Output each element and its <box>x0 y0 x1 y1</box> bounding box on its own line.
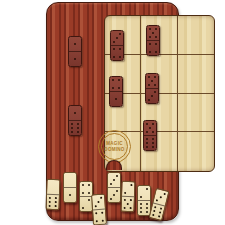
domino-half-2-pips <box>122 182 135 197</box>
board-cell-r1c3[interactable] <box>178 16 214 55</box>
pip <box>154 76 157 79</box>
domino-half-3-pips <box>92 195 105 211</box>
pip <box>119 33 122 36</box>
domino-half-5-pips <box>146 74 158 89</box>
domino-half-6-pips <box>46 195 58 209</box>
pip <box>88 199 91 202</box>
pip <box>55 197 58 200</box>
pip <box>130 184 133 187</box>
pip <box>116 190 119 193</box>
board-cell-r3c3[interactable] <box>178 94 214 133</box>
domino-half-3-pips <box>111 31 123 46</box>
board-domino-6[interactable] <box>68 105 82 136</box>
domino-half-0-pips <box>47 180 60 195</box>
magic-domino-logo: MAGIC DOMINO <box>98 130 131 163</box>
domino-half-1-pips <box>69 37 81 52</box>
domino-half-4-pips <box>111 46 123 60</box>
board-cell-r2c3[interactable] <box>178 55 214 94</box>
tray-domino-1[interactable] <box>45 179 60 210</box>
domino-half-3-pips <box>146 89 158 103</box>
board-domino-5[interactable] <box>145 73 159 104</box>
domino-half-3-pips <box>108 188 120 202</box>
board-domino-3[interactable] <box>146 25 160 56</box>
pip <box>146 207 149 210</box>
pip <box>155 36 158 39</box>
logo-line-1: MAGIC <box>104 141 124 147</box>
pip <box>119 56 122 59</box>
pip <box>159 211 162 214</box>
pip <box>152 142 155 145</box>
pip <box>54 201 57 204</box>
domino-half-6-pips <box>144 136 156 150</box>
domino-half-6-pips <box>138 201 150 215</box>
board-domino-4[interactable] <box>109 76 123 107</box>
board-cell-r4c3[interactable] <box>178 132 214 171</box>
domino-half-4-pips <box>93 210 106 225</box>
pip <box>146 211 149 214</box>
pip <box>158 215 161 218</box>
domino-half-0-pips <box>64 173 76 188</box>
tray-domino-4[interactable] <box>91 194 107 225</box>
pip <box>154 84 157 87</box>
domino-half-4-pips <box>80 182 92 197</box>
domino-half-4-pips <box>110 77 122 92</box>
pip <box>154 91 157 94</box>
pip <box>155 43 158 46</box>
logo-line-2: DOMINO <box>104 147 124 153</box>
pip <box>54 205 57 208</box>
pip <box>155 51 158 54</box>
domino-half-5-pips <box>121 197 133 211</box>
domino-half-3-pips <box>108 173 120 188</box>
pip <box>77 123 80 126</box>
tray-domino-2[interactable] <box>63 172 77 203</box>
pip <box>155 28 158 31</box>
domino-half-6-pips <box>69 121 81 135</box>
tray-domino-6[interactable] <box>120 181 135 212</box>
pip <box>152 146 155 149</box>
pip <box>159 207 162 210</box>
pip <box>146 188 149 191</box>
pip <box>152 138 155 141</box>
board-domino-2[interactable] <box>110 30 124 61</box>
domino-half-1-pips <box>110 92 122 106</box>
domino-half-1-pips <box>69 106 81 121</box>
domino-half-5-pips <box>144 121 156 136</box>
domino-half-5-pips <box>147 26 159 41</box>
pip <box>119 48 122 51</box>
pip <box>152 123 155 126</box>
domino-half-2-pips <box>138 186 150 201</box>
domino-half-2-pips <box>80 197 92 211</box>
pip <box>152 131 155 134</box>
domino-half-1-pips <box>69 52 81 66</box>
pip <box>130 199 133 202</box>
pip <box>116 175 119 178</box>
page-background: MAGIC DOMINO <box>0 0 225 225</box>
domino-half-4-pips <box>147 41 159 55</box>
domino-half-1-pips <box>64 188 76 202</box>
pip <box>118 87 121 90</box>
finger-notch <box>106 160 122 170</box>
domino-half-6-pips <box>150 204 165 220</box>
pip <box>101 219 104 222</box>
pip <box>88 184 91 187</box>
pip <box>88 192 91 195</box>
pip <box>77 131 80 134</box>
logo-text: MAGIC DOMINO <box>104 141 124 152</box>
pip <box>129 207 132 210</box>
pip <box>146 203 149 206</box>
board-domino-1[interactable] <box>68 36 82 67</box>
pip <box>77 127 80 130</box>
tray-domino-5[interactable] <box>107 172 121 203</box>
pip <box>118 79 121 82</box>
board-domino-7[interactable] <box>143 120 157 151</box>
